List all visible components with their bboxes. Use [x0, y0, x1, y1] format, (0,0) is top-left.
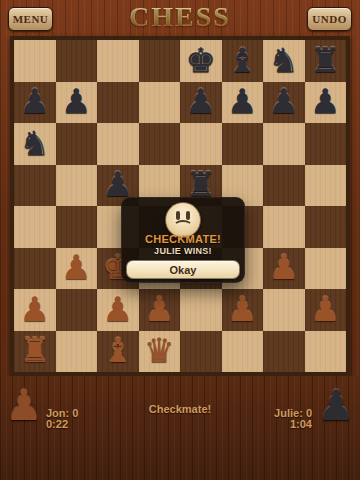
- square-a7[interactable]: ♟: [14, 82, 56, 124]
- piece-white-pawn-f2[interactable]: ♟: [227, 292, 257, 326]
- square-a4[interactable]: [14, 206, 56, 248]
- piece-white-pawn-g3[interactable]: ♟: [269, 250, 299, 284]
- square-d2[interactable]: ♟: [139, 289, 181, 331]
- square-b5[interactable]: [56, 165, 98, 207]
- square-h6[interactable]: [305, 123, 347, 165]
- piece-black-bishop-f8[interactable]: ♝: [227, 43, 257, 77]
- left-player-time: 0:22: [46, 419, 78, 430]
- app-title: CHESS: [0, 1, 360, 33]
- piece-black-king-e8[interactable]: ♚: [186, 43, 216, 77]
- piece-black-knight-g8[interactable]: ♞: [269, 43, 299, 77]
- undo-button[interactable]: UNDO: [307, 7, 352, 31]
- piece-white-pawn-h2[interactable]: ♟: [310, 292, 340, 326]
- piece-white-queen-d1[interactable]: ♛: [144, 333, 174, 367]
- piece-white-pawn-a2[interactable]: ♟: [20, 292, 50, 326]
- status-bar: ♟ Jon: 0 0:22 Checkmate! Julie: 0 1:04 ♟: [0, 376, 360, 480]
- square-a5[interactable]: [14, 165, 56, 207]
- square-b6[interactable]: [56, 123, 98, 165]
- okay-button[interactable]: Okay: [126, 260, 240, 279]
- square-c6[interactable]: [97, 123, 139, 165]
- menu-button[interactable]: MENU: [8, 7, 53, 31]
- square-g5[interactable]: [263, 165, 305, 207]
- square-d1[interactable]: ♛: [139, 331, 181, 373]
- right-player-info: Julie: 0 1:04: [274, 408, 312, 430]
- square-a6[interactable]: ♞: [14, 123, 56, 165]
- square-h2[interactable]: ♟: [305, 289, 347, 331]
- square-g3[interactable]: ♟: [263, 248, 305, 290]
- square-g7[interactable]: ♟: [263, 82, 305, 124]
- square-g6[interactable]: [263, 123, 305, 165]
- piece-white-rook-a1[interactable]: ♜: [20, 333, 50, 367]
- square-f7[interactable]: ♟: [222, 82, 264, 124]
- square-h1[interactable]: [305, 331, 347, 373]
- square-a8[interactable]: [14, 40, 56, 82]
- square-c1[interactable]: ♝: [97, 331, 139, 373]
- square-b4[interactable]: [56, 206, 98, 248]
- square-g8[interactable]: ♞: [263, 40, 305, 82]
- square-d7[interactable]: [139, 82, 181, 124]
- square-h4[interactable]: [305, 206, 347, 248]
- square-b8[interactable]: [56, 40, 98, 82]
- square-e2[interactable]: [180, 289, 222, 331]
- app-screen: CHESS MENU UNDO ♚♝♞♜♟♟♟♟♟♟♞♟♜♛♟♚♟♟♟♟♟♟♜♝…: [0, 0, 360, 480]
- dialog-subtitle: JULIE WINS!: [121, 246, 245, 256]
- square-h8[interactable]: ♜: [305, 40, 347, 82]
- checkmate-dialog: CHECKMATE! JULIE WINS! Okay: [121, 197, 245, 283]
- square-c2[interactable]: ♟: [97, 289, 139, 331]
- square-g2[interactable]: [263, 289, 305, 331]
- square-b7[interactable]: ♟: [56, 82, 98, 124]
- square-d8[interactable]: [139, 40, 181, 82]
- piece-white-pawn-c2[interactable]: ♟: [103, 292, 133, 326]
- square-a3[interactable]: [14, 248, 56, 290]
- square-b1[interactable]: [56, 331, 98, 373]
- square-c8[interactable]: [97, 40, 139, 82]
- square-e1[interactable]: [180, 331, 222, 373]
- piece-black-pawn-f7[interactable]: ♟: [227, 84, 257, 118]
- top-bar: CHESS MENU UNDO: [0, 0, 360, 36]
- piece-white-pawn-b3[interactable]: ♟: [61, 250, 91, 284]
- piece-black-knight-a6[interactable]: ♞: [20, 126, 50, 160]
- piece-black-pawn-g7[interactable]: ♟: [269, 84, 299, 118]
- square-g4[interactable]: [263, 206, 305, 248]
- square-f1[interactable]: [222, 331, 264, 373]
- square-a1[interactable]: ♜: [14, 331, 56, 373]
- piece-white-bishop-c1[interactable]: ♝: [103, 333, 133, 367]
- square-a2[interactable]: ♟: [14, 289, 56, 331]
- piece-white-pawn-d2[interactable]: ♟: [144, 292, 174, 326]
- square-e8[interactable]: ♚: [180, 40, 222, 82]
- piece-black-pawn-b7[interactable]: ♟: [61, 84, 91, 118]
- square-f8[interactable]: ♝: [222, 40, 264, 82]
- piece-black-rook-h8[interactable]: ♜: [310, 43, 340, 77]
- square-b2[interactable]: [56, 289, 98, 331]
- right-player-time: 1:04: [274, 419, 312, 430]
- piece-black-pawn-h7[interactable]: ♟: [310, 84, 340, 118]
- square-f6[interactable]: [222, 123, 264, 165]
- square-e7[interactable]: ♟: [180, 82, 222, 124]
- square-h3[interactable]: [305, 248, 347, 290]
- square-b3[interactable]: ♟: [56, 248, 98, 290]
- square-e6[interactable]: [180, 123, 222, 165]
- piece-black-pawn-a7[interactable]: ♟: [20, 84, 50, 118]
- square-h7[interactable]: ♟: [305, 82, 347, 124]
- square-c7[interactable]: [97, 82, 139, 124]
- square-h5[interactable]: [305, 165, 347, 207]
- square-g1[interactable]: [263, 331, 305, 373]
- black-pawn-icon: ♟: [317, 385, 355, 427]
- piece-black-pawn-e7[interactable]: ♟: [186, 84, 216, 118]
- dialog-title: CHECKMATE!: [121, 233, 245, 245]
- square-d6[interactable]: [139, 123, 181, 165]
- square-f2[interactable]: ♟: [222, 289, 264, 331]
